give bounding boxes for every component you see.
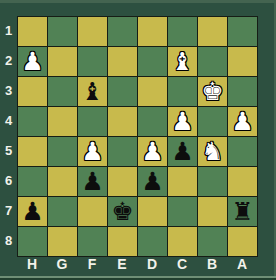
square-a7[interactable]: ♜ (228, 197, 257, 226)
file-labels: HGFEDCBA (17, 256, 257, 273)
square-h4[interactable] (18, 107, 47, 136)
white-knight-b5[interactable]: ♞ (198, 137, 227, 166)
rank-label-1: 1 (0, 16, 17, 46)
black-pawn-d6[interactable]: ♟ (138, 167, 167, 196)
square-c2[interactable]: ♝ (168, 47, 197, 76)
file-label-f: F (77, 256, 107, 273)
square-f4[interactable] (78, 107, 107, 136)
square-a5[interactable] (228, 137, 257, 166)
square-b5[interactable]: ♞ (198, 137, 227, 166)
square-f3[interactable]: ♝ (78, 77, 107, 106)
square-e8[interactable] (108, 227, 137, 256)
square-d7[interactable] (138, 197, 167, 226)
white-bishop-c2[interactable]: ♝ (168, 47, 197, 76)
square-e7[interactable]: ♚ (108, 197, 137, 226)
square-f5[interactable]: ♟ (78, 137, 107, 166)
chess-diagram: 12345678 ♟♝♝♚♟♟♟♟♟♞♟♟♟♚♜ HGFEDCBA (0, 0, 276, 280)
square-b3[interactable]: ♚ (198, 77, 227, 106)
square-e6[interactable] (108, 167, 137, 196)
white-pawn-h2[interactable]: ♟ (18, 47, 47, 76)
black-pawn-h7[interactable]: ♟ (18, 197, 47, 226)
square-a1[interactable] (228, 17, 257, 46)
square-f1[interactable] (78, 17, 107, 46)
square-g7[interactable] (48, 197, 77, 226)
rank-label-4: 4 (0, 106, 17, 136)
square-f7[interactable] (78, 197, 107, 226)
black-king-e7[interactable]: ♚ (108, 197, 137, 226)
square-a3[interactable] (228, 77, 257, 106)
square-g8[interactable] (48, 227, 77, 256)
square-g4[interactable] (48, 107, 77, 136)
black-rook-a7[interactable]: ♜ (228, 197, 257, 226)
file-label-d: D (137, 256, 167, 273)
square-d8[interactable] (138, 227, 167, 256)
square-c4[interactable]: ♟ (168, 107, 197, 136)
chess-board: ♟♝♝♚♟♟♟♟♟♞♟♟♟♚♜ (17, 16, 258, 257)
square-d1[interactable] (138, 17, 167, 46)
square-b2[interactable] (198, 47, 227, 76)
white-pawn-a4[interactable]: ♟ (228, 107, 257, 136)
square-h7[interactable]: ♟ (18, 197, 47, 226)
black-pawn-f6[interactable]: ♟ (78, 167, 107, 196)
square-d2[interactable] (138, 47, 167, 76)
file-label-b: B (197, 256, 227, 273)
square-d3[interactable] (138, 77, 167, 106)
square-g6[interactable] (48, 167, 77, 196)
square-h3[interactable] (18, 77, 47, 106)
square-h5[interactable] (18, 137, 47, 166)
square-f2[interactable] (78, 47, 107, 76)
rank-label-6: 6 (0, 166, 17, 196)
rank-label-7: 7 (0, 196, 17, 226)
white-pawn-c4[interactable]: ♟ (168, 107, 197, 136)
square-d4[interactable] (138, 107, 167, 136)
file-label-c: C (167, 256, 197, 273)
rank-label-2: 2 (0, 46, 17, 76)
rank-label-8: 8 (0, 226, 17, 256)
square-b6[interactable] (198, 167, 227, 196)
square-a8[interactable] (228, 227, 257, 256)
square-a6[interactable] (228, 167, 257, 196)
square-g1[interactable] (48, 17, 77, 46)
square-e3[interactable] (108, 77, 137, 106)
square-e2[interactable] (108, 47, 137, 76)
square-a4[interactable]: ♟ (228, 107, 257, 136)
square-e4[interactable] (108, 107, 137, 136)
square-d6[interactable]: ♟ (138, 167, 167, 196)
rank-labels: 12345678 (0, 16, 17, 256)
square-b7[interactable] (198, 197, 227, 226)
white-king-b3[interactable]: ♚ (198, 77, 227, 106)
square-h6[interactable] (18, 167, 47, 196)
square-a2[interactable] (228, 47, 257, 76)
square-f8[interactable] (78, 227, 107, 256)
square-c3[interactable] (168, 77, 197, 106)
square-c6[interactable] (168, 167, 197, 196)
square-h2[interactable]: ♟ (18, 47, 47, 76)
square-h1[interactable] (18, 17, 47, 46)
square-d5[interactable]: ♟ (138, 137, 167, 166)
square-g3[interactable] (48, 77, 77, 106)
window-bevel-bottom (0, 276, 276, 278)
square-c5[interactable]: ♟ (168, 137, 197, 166)
rank-label-3: 3 (0, 76, 17, 106)
file-label-g: G (47, 256, 77, 273)
rank-label-5: 5 (0, 136, 17, 166)
square-f6[interactable]: ♟ (78, 167, 107, 196)
window-bevel-right (274, 0, 276, 280)
square-h8[interactable] (18, 227, 47, 256)
square-g2[interactable] (48, 47, 77, 76)
black-bishop-f3[interactable]: ♝ (78, 77, 107, 106)
square-b4[interactable] (198, 107, 227, 136)
square-c7[interactable] (168, 197, 197, 226)
square-b1[interactable] (198, 17, 227, 46)
square-c8[interactable] (168, 227, 197, 256)
file-label-e: E (107, 256, 137, 273)
white-pawn-f5[interactable]: ♟ (78, 137, 107, 166)
window-bevel-top (0, 0, 276, 3)
square-g5[interactable] (48, 137, 77, 166)
square-e1[interactable] (108, 17, 137, 46)
square-c1[interactable] (168, 17, 197, 46)
white-pawn-d5[interactable]: ♟ (138, 137, 167, 166)
square-e5[interactable] (108, 137, 137, 166)
square-b8[interactable] (198, 227, 227, 256)
black-pawn-c5[interactable]: ♟ (168, 137, 197, 166)
file-label-a: A (227, 256, 257, 273)
file-label-h: H (17, 256, 47, 273)
